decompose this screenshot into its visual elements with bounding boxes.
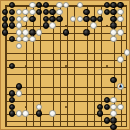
black-stone-16-3: [110, 22, 117, 29]
star-point: [65, 106, 67, 108]
white-stone-2-6: [16, 43, 23, 50]
go-board[interactable]: ▲: [0, 0, 130, 130]
white-stone-3-1: [22, 9, 29, 16]
white-stone-7-16: [49, 110, 56, 117]
white-stone-16-4: [110, 29, 117, 36]
white-stone-17-15: [117, 104, 124, 111]
white-stone-4-1: [29, 9, 36, 16]
black-stone-0-4: [2, 29, 9, 36]
black-stone-1-13: [9, 90, 16, 97]
black-stone-17-0: [117, 2, 124, 9]
white-stone-8-1: [56, 9, 63, 16]
white-stone-5-4: [36, 29, 43, 36]
white-stone-3-4: [22, 29, 29, 36]
black-stone-16-1: [110, 9, 117, 16]
white-stone-18-7: [124, 49, 130, 56]
black-stone-7-2: [49, 16, 56, 23]
black-stone-7-1: [49, 9, 56, 16]
white-stone-4-5: [29, 36, 36, 43]
last-move-triangle-marker: ▲: [119, 84, 123, 89]
black-stone-9-4: [63, 29, 70, 36]
black-stone-4-2: [29, 16, 36, 23]
screenshot-stage: ▲: [0, 0, 130, 130]
white-stone-16-15: [110, 104, 117, 111]
white-stone-2-4: [16, 29, 23, 36]
black-stone-8-2: [56, 16, 63, 23]
white-stone-17-4: [117, 29, 124, 36]
white-stone-17-1: [117, 9, 124, 16]
white-stone-17-8: [117, 56, 124, 63]
black-stone-12-4: [83, 29, 90, 36]
white-stone-16-16: [110, 110, 117, 117]
white-stone-3-5: [22, 36, 29, 43]
white-stone-13-3: [90, 22, 97, 29]
white-stone-8-0: [56, 2, 63, 9]
white-stone-2-13: [16, 90, 23, 97]
white-stone-11-2: [77, 16, 84, 23]
white-stone-17-12: ▲: [117, 83, 124, 90]
black-stone-15-17: [104, 117, 111, 124]
black-stone-6-3: [43, 22, 50, 29]
black-stone-12-1: [83, 9, 90, 16]
white-stone-3-2: [22, 16, 29, 23]
white-stone-2-16: [16, 110, 23, 117]
black-stone-16-11: [110, 77, 117, 84]
black-stone-2-12: [16, 83, 23, 90]
white-stone-2-2: [16, 16, 23, 23]
white-stone-17-2: [117, 16, 124, 23]
white-stone-2-3: [16, 22, 23, 29]
black-stone-13-2: [90, 16, 97, 23]
black-stone-16-17: [110, 117, 117, 124]
white-stone-4-0: [29, 2, 36, 9]
black-stone-4-4: [29, 29, 36, 36]
black-stone-6-2: [43, 16, 50, 23]
white-stone-3-16: [22, 110, 29, 117]
black-stone-1-16: [9, 110, 16, 117]
black-stone-12-2: [83, 16, 90, 23]
white-stone-7-3: [49, 22, 56, 29]
black-stone-16-18: [110, 124, 117, 130]
black-stone-1-3: [9, 22, 16, 29]
black-stone-16-2: [110, 16, 117, 23]
star-point: [106, 65, 108, 67]
